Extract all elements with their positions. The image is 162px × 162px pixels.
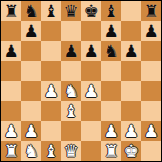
square-f1[interactable]: ♜ [101, 141, 121, 161]
white-pawn-b2[interactable]: ♟ [21, 121, 41, 141]
square-c1[interactable]: ♝ [41, 141, 61, 161]
square-b1[interactable]: ♞ [21, 141, 41, 161]
square-e2[interactable] [81, 121, 101, 141]
square-c3[interactable] [41, 101, 61, 121]
black-pawn-a6[interactable]: ♟ [1, 41, 21, 61]
square-f2[interactable]: ♟ [101, 121, 121, 141]
square-b4[interactable] [21, 81, 41, 101]
square-e4[interactable]: ♟ [81, 81, 101, 101]
white-queen-d1[interactable]: ♛ [61, 141, 81, 161]
square-f8[interactable]: ♝ [101, 1, 121, 21]
square-d6[interactable]: ♟ [61, 41, 81, 61]
square-a4[interactable] [1, 81, 21, 101]
square-g3[interactable] [121, 101, 141, 121]
square-a2[interactable]: ♟ [1, 121, 21, 141]
chess-board-frame: ♜♞♝♛♚♝♜♟♟♟♟♟♟♞♟♟♞♟♝♟♟♟♟♟♜♞♝♛♜♚ [0, 0, 162, 162]
square-c8[interactable]: ♝ [41, 1, 61, 21]
black-knight-f6[interactable]: ♞ [101, 41, 121, 61]
black-rook-h8[interactable]: ♜ [141, 1, 161, 21]
black-pawn-h7[interactable]: ♟ [141, 21, 161, 41]
square-g1[interactable]: ♚ [121, 141, 141, 161]
square-b2[interactable]: ♟ [21, 121, 41, 141]
black-queen-d8[interactable]: ♛ [61, 1, 81, 21]
square-h6[interactable] [141, 41, 161, 61]
square-e5[interactable] [81, 61, 101, 81]
square-e8[interactable]: ♚ [81, 1, 101, 21]
square-d3[interactable]: ♝ [61, 101, 81, 121]
white-pawn-g2[interactable]: ♟ [121, 121, 141, 141]
white-rook-a1[interactable]: ♜ [1, 141, 21, 161]
chess-board: ♜♞♝♛♚♝♜♟♟♟♟♟♟♞♟♟♞♟♝♟♟♟♟♟♜♞♝♛♜♚ [1, 1, 161, 161]
square-h3[interactable] [141, 101, 161, 121]
white-pawn-h2[interactable]: ♟ [141, 121, 161, 141]
square-g4[interactable] [121, 81, 141, 101]
square-g8[interactable] [121, 1, 141, 21]
white-pawn-f2[interactable]: ♟ [101, 121, 121, 141]
square-e3[interactable] [81, 101, 101, 121]
black-pawn-g6[interactable]: ♟ [121, 41, 141, 61]
square-c6[interactable] [41, 41, 61, 61]
square-h2[interactable]: ♟ [141, 121, 161, 141]
square-c2[interactable] [41, 121, 61, 141]
square-b7[interactable]: ♟ [21, 21, 41, 41]
white-rook-f1[interactable]: ♜ [101, 141, 121, 161]
square-c4[interactable]: ♟ [41, 81, 61, 101]
square-d4[interactable]: ♞ [61, 81, 81, 101]
square-g7[interactable] [121, 21, 141, 41]
white-knight-d4[interactable]: ♞ [61, 81, 81, 101]
square-h4[interactable] [141, 81, 161, 101]
square-h8[interactable]: ♜ [141, 1, 161, 21]
square-e7[interactable] [81, 21, 101, 41]
square-b3[interactable] [21, 101, 41, 121]
square-h1[interactable] [141, 141, 161, 161]
square-c5[interactable] [41, 61, 61, 81]
square-d1[interactable]: ♛ [61, 141, 81, 161]
black-king-e8[interactable]: ♚ [81, 1, 101, 21]
white-pawn-e4[interactable]: ♟ [81, 81, 101, 101]
white-bishop-c1[interactable]: ♝ [41, 141, 61, 161]
black-rook-a8[interactable]: ♜ [1, 1, 21, 21]
white-king-g1[interactable]: ♚ [121, 141, 141, 161]
square-a6[interactable]: ♟ [1, 41, 21, 61]
black-pawn-f7[interactable]: ♟ [101, 21, 121, 41]
square-f7[interactable]: ♟ [101, 21, 121, 41]
white-bishop-d3[interactable]: ♝ [61, 101, 81, 121]
black-pawn-b7[interactable]: ♟ [21, 21, 41, 41]
square-a8[interactable]: ♜ [1, 1, 21, 21]
square-d8[interactable]: ♛ [61, 1, 81, 21]
square-h5[interactable] [141, 61, 161, 81]
square-a1[interactable]: ♜ [1, 141, 21, 161]
black-pawn-e6[interactable]: ♟ [81, 41, 101, 61]
square-d5[interactable] [61, 61, 81, 81]
square-f3[interactable] [101, 101, 121, 121]
square-e1[interactable] [81, 141, 101, 161]
black-pawn-d6[interactable]: ♟ [61, 41, 81, 61]
square-e6[interactable]: ♟ [81, 41, 101, 61]
square-b8[interactable]: ♞ [21, 1, 41, 21]
square-b5[interactable] [21, 61, 41, 81]
square-d7[interactable] [61, 21, 81, 41]
square-a7[interactable] [1, 21, 21, 41]
square-h7[interactable]: ♟ [141, 21, 161, 41]
white-knight-b1[interactable]: ♞ [21, 141, 41, 161]
square-f5[interactable] [101, 61, 121, 81]
square-g2[interactable]: ♟ [121, 121, 141, 141]
white-pawn-c4[interactable]: ♟ [41, 81, 61, 101]
black-knight-b8[interactable]: ♞ [21, 1, 41, 21]
square-a3[interactable] [1, 101, 21, 121]
square-f6[interactable]: ♞ [101, 41, 121, 61]
square-b6[interactable] [21, 41, 41, 61]
square-g5[interactable] [121, 61, 141, 81]
square-g6[interactable]: ♟ [121, 41, 141, 61]
square-f4[interactable] [101, 81, 121, 101]
black-bishop-c8[interactable]: ♝ [41, 1, 61, 21]
square-a5[interactable] [1, 61, 21, 81]
square-d2[interactable] [61, 121, 81, 141]
square-c7[interactable] [41, 21, 61, 41]
black-bishop-f8[interactable]: ♝ [101, 1, 121, 21]
white-pawn-a2[interactable]: ♟ [1, 121, 21, 141]
